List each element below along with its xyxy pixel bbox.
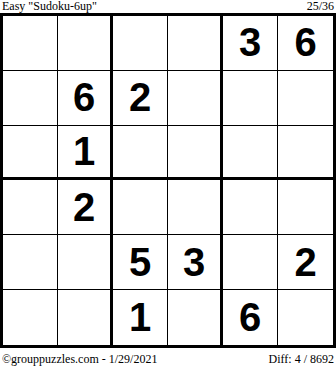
remaining-counter: 25/36 bbox=[307, 0, 335, 12]
cell-r1c2[interactable] bbox=[58, 16, 113, 71]
cell-r1c4[interactable] bbox=[168, 16, 223, 71]
cell-r5c2[interactable] bbox=[58, 235, 113, 290]
cell-r2c4[interactable] bbox=[168, 71, 223, 126]
cell-r5c1[interactable] bbox=[3, 235, 58, 290]
cell-r5c6[interactable]: 2 bbox=[278, 235, 333, 290]
cell-r1c3[interactable] bbox=[113, 16, 168, 71]
header: Easy "Sudoku-6up" 25/36 bbox=[0, 0, 336, 13]
cell-r3c6[interactable] bbox=[278, 126, 333, 181]
cell-r3c4[interactable] bbox=[168, 126, 223, 181]
cell-r4c5[interactable] bbox=[223, 180, 278, 235]
cell-r5c5[interactable] bbox=[223, 235, 278, 290]
cell-r5c3[interactable]: 5 bbox=[113, 235, 168, 290]
cell-r4c6[interactable] bbox=[278, 180, 333, 235]
cell-r4c1[interactable] bbox=[3, 180, 58, 235]
cell-r6c2[interactable] bbox=[58, 290, 113, 345]
cell-r1c5[interactable]: 3 bbox=[223, 16, 278, 71]
cell-r2c5[interactable] bbox=[223, 71, 278, 126]
footer: ©grouppuzzles.com - 1/29/2021 Diff: 4 / … bbox=[0, 348, 336, 370]
puzzle-title: Easy "Sudoku-6up" bbox=[1, 0, 97, 12]
cell-r5c4[interactable]: 3 bbox=[168, 235, 223, 290]
cell-r3c5[interactable] bbox=[223, 126, 278, 181]
copyright-text: ©grouppuzzles.com - 1/29/2021 bbox=[2, 353, 157, 366]
cell-r2c3[interactable]: 2 bbox=[113, 71, 168, 126]
cell-r6c4[interactable] bbox=[168, 290, 223, 345]
cell-r6c1[interactable] bbox=[3, 290, 58, 345]
cell-r3c2[interactable]: 1 bbox=[58, 126, 113, 181]
cell-r2c2[interactable]: 6 bbox=[58, 71, 113, 126]
cell-r2c6[interactable] bbox=[278, 71, 333, 126]
cell-r3c3[interactable] bbox=[113, 126, 168, 181]
cell-r4c2[interactable]: 2 bbox=[58, 180, 113, 235]
cell-r2c1[interactable] bbox=[3, 71, 58, 126]
cell-r6c3[interactable]: 1 bbox=[113, 290, 168, 345]
sudoku-grid: 36621253216 bbox=[0, 13, 336, 348]
puzzle-page: Easy "Sudoku-6up" 25/36 36621253216 ©gro… bbox=[0, 0, 336, 370]
cell-r6c5[interactable]: 6 bbox=[223, 290, 278, 345]
cell-r1c1[interactable] bbox=[3, 16, 58, 71]
cell-r3c1[interactable] bbox=[3, 126, 58, 181]
difficulty-text: Diff: 4 / 8692 bbox=[269, 353, 334, 366]
cell-r6c6[interactable] bbox=[278, 290, 333, 345]
cell-r1c6[interactable]: 6 bbox=[278, 16, 333, 71]
cell-r4c3[interactable] bbox=[113, 180, 168, 235]
cell-r4c4[interactable] bbox=[168, 180, 223, 235]
